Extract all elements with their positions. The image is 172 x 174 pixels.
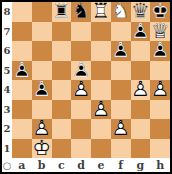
square-g7[interactable]: ♟♙ [131,22,151,42]
square-a4[interactable] [12,80,32,100]
square-b4[interactable]: ♟♙ [32,80,52,100]
square-e7[interactable] [91,22,111,42]
square-a7[interactable] [12,22,32,42]
piece-white-pawn: ♟♙ [91,100,111,120]
square-h2[interactable] [150,119,170,139]
file-label-g: g [131,158,151,172]
square-e8[interactable]: ♜♖ [91,2,111,22]
rank-label-2: 2 [2,119,12,139]
piece-outline-glyph: ♙ [150,41,170,61]
square-d2[interactable] [71,119,91,139]
piece-black-pawn: ♟♙ [32,80,52,100]
white-to-move-indicator: ○ [2,158,12,172]
file-label-b: b [32,158,52,172]
piece-outline-glyph: ♙ [12,61,32,81]
chess-board-diagram: 8♜♖♞♘♜♖♞♘♛♕♚♔7♟♙♛♕6♟♙♟♙5♟♙♟♙4♟♙♟♙♟♙♟♙3♟♙… [0,0,172,174]
rank-label-1: 1 [2,139,12,159]
piece-outline-glyph: ♖ [91,2,111,22]
piece-outline-glyph: ♙ [71,80,91,100]
square-d1[interactable] [71,139,91,159]
rank-label-6: 6 [2,41,12,61]
file-label-a: a [12,158,32,172]
square-e2[interactable] [91,119,111,139]
rank-label-7: 7 [2,22,12,42]
piece-white-pawn: ♟♙ [150,80,170,100]
square-h4[interactable]: ♟♙ [150,80,170,100]
piece-outline-glyph: ♙ [111,119,131,139]
file-label-c: c [52,158,72,172]
square-b8[interactable] [32,2,52,22]
square-f4[interactable] [111,80,131,100]
square-f1[interactable] [111,139,131,159]
square-c5[interactable] [52,61,72,81]
piece-black-knight: ♞♘ [71,2,91,22]
piece-white-rook: ♜♖ [91,2,111,22]
square-h3[interactable] [150,100,170,120]
square-f5[interactable] [111,61,131,81]
rank-label-5: 5 [2,61,12,81]
square-d3[interactable] [71,100,91,120]
square-a2[interactable] [12,119,32,139]
square-b6[interactable] [32,41,52,61]
square-e1[interactable] [91,139,111,159]
piece-outline-glyph: ♔ [32,139,52,159]
square-c7[interactable] [52,22,72,42]
piece-outline-glyph: ♘ [111,2,131,22]
square-c1[interactable] [52,139,72,159]
square-g6[interactable] [131,41,151,61]
square-e3[interactable]: ♟♙ [91,100,111,120]
square-a3[interactable] [12,100,32,120]
file-label-f: f [111,158,131,172]
piece-outline-glyph: ♙ [131,22,151,42]
rank-label-8: 8 [2,2,12,22]
file-label-h: h [150,158,170,172]
square-g4[interactable]: ♟♙ [131,80,151,100]
file-label-e: e [91,158,111,172]
piece-outline-glyph: ♙ [32,80,52,100]
piece-outline-glyph: ♙ [91,100,111,120]
piece-black-pawn: ♟♙ [111,41,131,61]
file-label-d: d [71,158,91,172]
square-c6[interactable] [52,41,72,61]
square-e5[interactable] [91,61,111,81]
piece-outline-glyph: ♙ [150,80,170,100]
square-f8[interactable]: ♞♘ [111,2,131,22]
square-d7[interactable] [71,22,91,42]
square-d4[interactable]: ♟♙ [71,80,91,100]
piece-outline-glyph: ♙ [111,41,131,61]
square-g3[interactable] [131,100,151,120]
piece-black-pawn: ♟♙ [131,22,151,42]
piece-white-king: ♚♔ [32,139,52,159]
square-h1[interactable] [150,139,170,159]
square-a5[interactable]: ♟♙ [12,61,32,81]
square-g2[interactable] [131,119,151,139]
square-f2[interactable]: ♟♙ [111,119,131,139]
piece-black-pawn: ♟♙ [150,41,170,61]
rank-label-3: 3 [2,100,12,120]
square-a1[interactable] [12,139,32,159]
square-c8[interactable]: ♜♖ [52,2,72,22]
square-a8[interactable] [12,2,32,22]
piece-outline-glyph: ♖ [52,2,72,22]
piece-white-knight: ♞♘ [111,2,131,22]
square-f6[interactable]: ♟♙ [111,41,131,61]
square-c3[interactable] [52,100,72,120]
square-b7[interactable] [32,22,52,42]
square-e6[interactable] [91,41,111,61]
square-c4[interactable] [52,80,72,100]
piece-black-rook: ♜♖ [52,2,72,22]
piece-outline-glyph: ♘ [71,2,91,22]
piece-white-pawn: ♟♙ [111,119,131,139]
square-h6[interactable]: ♟♙ [150,41,170,61]
square-g1[interactable] [131,139,151,159]
rank-label-4: 4 [2,80,12,100]
piece-white-pawn: ♟♙ [131,80,151,100]
square-b1[interactable]: ♚♔ [32,139,52,159]
piece-outline-glyph: ♙ [131,80,151,100]
square-d8[interactable]: ♞♘ [71,2,91,22]
piece-black-pawn: ♟♙ [12,61,32,81]
square-c2[interactable] [52,119,72,139]
piece-white-pawn: ♟♙ [71,80,91,100]
